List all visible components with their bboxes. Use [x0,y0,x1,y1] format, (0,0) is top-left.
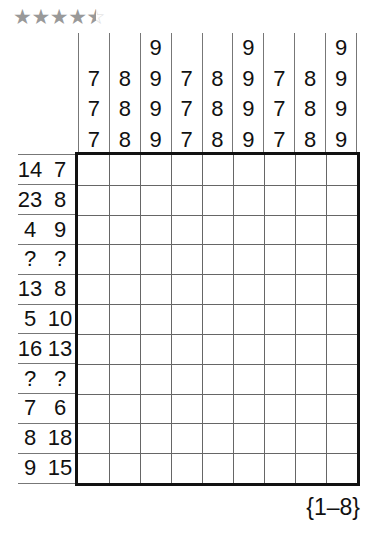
grid-cell[interactable] [78,394,109,424]
grid-cell[interactable] [264,423,295,453]
grid-cell[interactable] [140,453,171,483]
column-clue-cell: 7 [78,94,109,125]
column-clues: 999789789789789789789789789789 [78,33,357,155]
grid-cell[interactable] [326,364,357,394]
grid-cell[interactable] [233,334,264,364]
row-clue-left: ? [15,246,45,272]
grid-cell[interactable] [171,244,202,274]
row-clue-left: 16 [15,336,45,362]
grid-cell[interactable] [140,304,171,334]
grid-cell[interactable] [326,394,357,424]
grid-cell[interactable] [109,304,140,334]
row-clue: 76 [15,394,75,424]
digit-range-label: {1–8} [0,494,360,521]
row-clue-right: 8 [45,276,75,302]
column-clue-cell [294,33,325,64]
column-clue-cell: 9 [232,125,263,156]
grid-cell[interactable] [78,364,109,394]
grid-cell[interactable] [295,244,326,274]
column-clue-cell: 8 [109,125,140,156]
grid-cell[interactable] [202,155,233,185]
grid-cell[interactable] [140,215,171,245]
row-clue-right: 18 [45,425,75,451]
grid-cell[interactable] [109,185,140,215]
grid-cell[interactable] [140,423,171,453]
row-clue: 49 [15,215,75,245]
grid-cell[interactable] [171,155,202,185]
grid-cell[interactable] [295,215,326,245]
grid-cell[interactable] [171,453,202,483]
grid-cell[interactable] [78,185,109,215]
grid-cell[interactable] [109,364,140,394]
star-filled-icon: ★ [68,5,86,29]
grid-cell[interactable] [171,304,202,334]
grid-cell[interactable] [264,274,295,304]
grid-cell[interactable] [233,274,264,304]
column-clue-cell: 9 [325,64,356,95]
column-clue-cell: 8 [109,64,140,95]
grid-cell[interactable] [202,423,233,453]
grid-cell[interactable] [140,185,171,215]
grid-cell[interactable] [326,274,357,304]
grid-cell[interactable] [233,394,264,424]
grid-cell[interactable] [233,185,264,215]
row-clue-right: 13 [45,336,75,362]
grid-cell[interactable] [171,364,202,394]
grid-cell[interactable] [202,304,233,334]
grid-cell[interactable] [264,304,295,334]
column-clue-cell: 8 [294,64,325,95]
column-clue-cell: 9 [325,94,356,125]
grid-cell[interactable] [295,304,326,334]
row-clue: ?? [15,364,75,394]
grid-cell[interactable] [233,364,264,394]
grid-cell[interactable] [264,364,295,394]
grid-cell[interactable] [202,334,233,364]
grid-cell[interactable] [171,274,202,304]
row-clue-left: 13 [15,276,45,302]
column-clue-cell: 9 [232,64,263,95]
column-clue-cell: 8 [109,94,140,125]
column-clue-cell: 8 [202,125,233,156]
column-clue-cell: 7 [171,64,202,95]
grid-cell[interactable] [233,244,264,274]
grid-cell[interactable] [202,185,233,215]
grid-cell[interactable] [326,215,357,245]
puzzle-page: ★★★★☆★ 999789789789789789789789789789 14… [0,0,366,535]
grid-cell[interactable] [295,423,326,453]
star-half-fill: ★ [87,5,96,29]
grid-cell[interactable] [109,453,140,483]
row-clue-left: 23 [15,187,45,213]
grid-cell[interactable] [326,334,357,364]
row-clue: 147 [15,155,75,185]
board-grid [75,152,360,486]
column-clue-cell: 7 [78,125,109,156]
grid-cell[interactable] [295,155,326,185]
grid-cell[interactable] [171,394,202,424]
grid-cell[interactable] [264,453,295,483]
grid-cell[interactable] [202,215,233,245]
grid-cell[interactable] [264,185,295,215]
grid-cell[interactable] [109,215,140,245]
grid-cell[interactable] [233,423,264,453]
row-clue-right: 6 [45,395,75,421]
column-clue-cell: 7 [171,94,202,125]
column-clue-cell: 9 [140,33,171,64]
grid-cell[interactable] [109,423,140,453]
grid-cell[interactable] [171,423,202,453]
row-clue-left: 7 [15,395,45,421]
grid-cell[interactable] [264,394,295,424]
grid-cell[interactable] [78,215,109,245]
grid-cell[interactable] [109,155,140,185]
column-clue-cell: 8 [202,94,233,125]
star-filled-icon: ★ [31,5,49,29]
column-clue-cell: 8 [202,64,233,95]
column-clue-cell: 9 [232,33,263,64]
column-clue-cell [263,33,294,64]
grid-cell[interactable] [109,334,140,364]
row-clue: 138 [15,274,75,304]
grid-cell[interactable] [202,364,233,394]
grid-cell[interactable] [326,423,357,453]
row-clue: 238 [15,185,75,215]
grid-cell[interactable] [233,304,264,334]
column-clue-cell: 7 [263,125,294,156]
column-clue-cell [171,33,202,64]
row-clue-left: 14 [15,157,45,183]
column-clue-cell [202,33,233,64]
row-clue-left: 4 [15,217,45,243]
row-clue-left: ? [15,366,45,392]
grid-cell[interactable] [78,334,109,364]
column-clue-cell [109,33,140,64]
row-clue: 818 [15,423,75,453]
star-filled-icon: ★ [13,5,31,29]
grid-cell[interactable] [326,155,357,185]
grid-cell[interactable] [264,155,295,185]
row-clue-right: 10 [45,306,75,332]
grid-cell[interactable] [326,453,357,483]
grid-cell[interactable] [295,453,326,483]
grid-cell[interactable] [326,185,357,215]
column-clue-cell [78,33,109,64]
grid-cell[interactable] [78,244,109,274]
grid-cell[interactable] [202,244,233,274]
column-clue-cell: 7 [263,64,294,95]
grid-cell[interactable] [295,274,326,304]
column-clue-cell: 8 [294,125,325,156]
grid-cell[interactable] [140,394,171,424]
grid-cell[interactable] [78,453,109,483]
grid-cell[interactable] [78,274,109,304]
grid-cell[interactable] [109,274,140,304]
grid-cell[interactable] [233,155,264,185]
row-clue-right: 9 [45,217,75,243]
grid-cell[interactable] [295,334,326,364]
column-clue-cell: 8 [294,94,325,125]
column-clue-cell: 9 [140,125,171,156]
grid-cell[interactable] [140,334,171,364]
grid-cell[interactable] [202,453,233,483]
grid-cell[interactable] [140,244,171,274]
grid-cell[interactable] [326,244,357,274]
row-clue-right: ? [45,246,75,272]
grid-cell[interactable] [295,394,326,424]
grid-cell[interactable] [140,274,171,304]
grid-cell[interactable] [140,155,171,185]
column-clue-cell: 9 [325,125,356,156]
row-clue: 510 [15,304,75,334]
grid-cell[interactable] [233,215,264,245]
grid-cell[interactable] [78,155,109,185]
grid-cell[interactable] [140,364,171,394]
grid-cell[interactable] [78,304,109,334]
row-clue-left: 5 [15,306,45,332]
row-clue-left: 8 [15,425,45,451]
grid-cell[interactable] [109,394,140,424]
grid-cell[interactable] [295,364,326,394]
row-clue-left: 9 [15,455,45,481]
grid-cell[interactable] [264,215,295,245]
column-clue-cell: 9 [232,94,263,125]
grid-cell[interactable] [326,304,357,334]
grid-cell[interactable] [264,244,295,274]
grid-cell[interactable] [264,334,295,364]
star-filled-icon: ★ [50,5,68,29]
row-clue-right: 15 [45,455,75,481]
grid-cell[interactable] [109,244,140,274]
column-clue-cell: 9 [140,94,171,125]
grid-cell[interactable] [202,274,233,304]
row-clue-right: 8 [45,187,75,213]
grid-cell[interactable] [202,394,233,424]
column-clue-cell: 7 [263,94,294,125]
row-clue: 915 [15,453,75,483]
row-clues: 14723849??1385101613??76818915 [15,155,75,483]
row-clue: ?? [15,244,75,274]
row-clue-right: ? [45,366,75,392]
grid-cell[interactable] [78,423,109,453]
grid-cell[interactable] [171,185,202,215]
grid-cell[interactable] [171,334,202,364]
column-clue-cell: 9 [325,33,356,64]
row-clue: 1613 [15,334,75,364]
grid-cell[interactable] [171,215,202,245]
column-clue-cell: 7 [171,125,202,156]
grid-cell[interactable] [233,453,264,483]
row-clue-right: 7 [45,157,75,183]
column-clue-cell: 9 [140,64,171,95]
difficulty-stars: ★★★★☆★ [13,5,105,29]
grid-cell[interactable] [295,185,326,215]
star-half-icon: ☆★ [87,5,105,29]
column-clue-cell: 7 [78,64,109,95]
